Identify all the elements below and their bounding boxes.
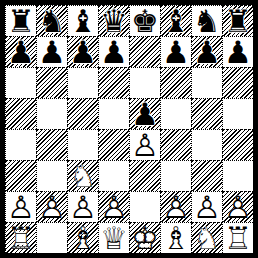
square-h2[interactable]: ♟♙ bbox=[222, 191, 253, 222]
black-queen-d8: ♛ bbox=[99, 6, 129, 37]
piece-outline: ♘ bbox=[193, 223, 221, 254]
white-bishop-c1: ♝♗ bbox=[68, 223, 98, 254]
white-pawn-g2: ♟♙ bbox=[192, 192, 222, 223]
black-king-e8: ♚ bbox=[130, 6, 160, 37]
square-g1[interactable]: ♞♘ bbox=[191, 222, 222, 253]
white-king-e1: ♚♔ bbox=[130, 223, 160, 254]
black-pawn-e5: ♟ bbox=[130, 99, 160, 130]
square-g4[interactable] bbox=[191, 129, 222, 160]
white-pawn-h2: ♟♙ bbox=[223, 192, 253, 223]
square-e8[interactable]: ♚ bbox=[129, 5, 160, 36]
square-c4[interactable] bbox=[67, 129, 98, 160]
square-d2[interactable]: ♟♙ bbox=[98, 191, 129, 222]
square-e4[interactable]: ♟♙ bbox=[129, 129, 160, 160]
piece-outline: ♙ bbox=[38, 192, 66, 223]
piece-outline: ♙ bbox=[100, 192, 128, 223]
black-pawn-g7: ♟ bbox=[192, 37, 222, 68]
square-e1[interactable]: ♚♔ bbox=[129, 222, 160, 253]
square-a8[interactable]: ♜ bbox=[5, 5, 36, 36]
black-bishop-c8: ♝ bbox=[68, 6, 98, 37]
chess-board-grid: ♜♞♝♛♚♝♞♜♟♟♟♟♟♟♟♟♟♙♞♘♟♙♟♙♟♙♟♙♟♙♟♙♟♙♜♖♝♗♛♕… bbox=[5, 5, 253, 253]
chess-board: ♜♞♝♛♚♝♞♜♟♟♟♟♟♟♟♟♟♙♞♘♟♙♟♙♟♙♟♙♟♙♟♙♟♙♜♖♝♗♛♕… bbox=[0, 0, 258, 258]
square-c1[interactable]: ♝♗ bbox=[67, 222, 98, 253]
black-rook-a8: ♜ bbox=[6, 6, 36, 37]
square-e5[interactable]: ♟ bbox=[129, 98, 160, 129]
square-d3[interactable] bbox=[98, 160, 129, 191]
square-b2[interactable]: ♟♙ bbox=[36, 191, 67, 222]
white-pawn-d2: ♟♙ bbox=[99, 192, 129, 223]
black-pawn-h7: ♟ bbox=[223, 37, 253, 68]
square-h1[interactable]: ♜♖ bbox=[222, 222, 253, 253]
square-b3[interactable] bbox=[36, 160, 67, 191]
square-h6[interactable] bbox=[222, 67, 253, 98]
square-d6[interactable] bbox=[98, 67, 129, 98]
square-h3[interactable] bbox=[222, 160, 253, 191]
black-pawn-c7: ♟ bbox=[68, 37, 98, 68]
square-d7[interactable]: ♟ bbox=[98, 36, 129, 67]
square-f8[interactable]: ♝ bbox=[160, 5, 191, 36]
square-g6[interactable] bbox=[191, 67, 222, 98]
square-b5[interactable] bbox=[36, 98, 67, 129]
square-c7[interactable]: ♟ bbox=[67, 36, 98, 67]
white-pawn-c2: ♟♙ bbox=[68, 192, 98, 223]
piece-outline: ♙ bbox=[224, 192, 252, 223]
piece-outline: ♙ bbox=[131, 130, 159, 161]
square-b7[interactable]: ♟ bbox=[36, 36, 67, 67]
square-g2[interactable]: ♟♙ bbox=[191, 191, 222, 222]
black-pawn-d7: ♟ bbox=[99, 37, 129, 68]
square-d4[interactable] bbox=[98, 129, 129, 160]
black-knight-b8: ♞ bbox=[37, 6, 67, 37]
square-e3[interactable] bbox=[129, 160, 160, 191]
black-pawn-b7: ♟ bbox=[37, 37, 67, 68]
white-rook-h1: ♜♖ bbox=[223, 223, 253, 254]
square-a2[interactable]: ♟♙ bbox=[5, 191, 36, 222]
square-h5[interactable] bbox=[222, 98, 253, 129]
square-g8[interactable]: ♞ bbox=[191, 5, 222, 36]
square-h4[interactable] bbox=[222, 129, 253, 160]
piece-outline: ♖ bbox=[7, 223, 35, 254]
square-c3[interactable]: ♞♘ bbox=[67, 160, 98, 191]
piece-outline: ♙ bbox=[69, 192, 97, 223]
piece-outline: ♔ bbox=[131, 223, 159, 254]
square-g3[interactable] bbox=[191, 160, 222, 191]
piece-outline: ♗ bbox=[69, 223, 97, 254]
square-e7[interactable] bbox=[129, 36, 160, 67]
square-a6[interactable] bbox=[5, 67, 36, 98]
square-e6[interactable] bbox=[129, 67, 160, 98]
square-f3[interactable] bbox=[160, 160, 191, 191]
square-e2[interactable] bbox=[129, 191, 160, 222]
white-knight-g1: ♞♘ bbox=[192, 223, 222, 254]
white-pawn-e4: ♟♙ bbox=[130, 130, 160, 161]
black-pawn-f7: ♟ bbox=[161, 37, 191, 68]
square-g7[interactable]: ♟ bbox=[191, 36, 222, 67]
square-h8[interactable]: ♜ bbox=[222, 5, 253, 36]
square-d5[interactable] bbox=[98, 98, 129, 129]
square-f5[interactable] bbox=[160, 98, 191, 129]
square-a3[interactable] bbox=[5, 160, 36, 191]
piece-outline: ♘ bbox=[69, 161, 97, 192]
square-d1[interactable]: ♛♕ bbox=[98, 222, 129, 253]
white-pawn-a2: ♟♙ bbox=[6, 192, 36, 223]
square-f1[interactable]: ♝♗ bbox=[160, 222, 191, 253]
square-c2[interactable]: ♟♙ bbox=[67, 191, 98, 222]
white-pawn-f2: ♟♙ bbox=[161, 192, 191, 223]
square-a1[interactable]: ♜♖ bbox=[5, 222, 36, 253]
white-rook-a1: ♜♖ bbox=[6, 223, 36, 254]
piece-outline: ♗ bbox=[162, 223, 190, 254]
white-knight-c3: ♞♘ bbox=[68, 161, 98, 192]
square-f4[interactable] bbox=[160, 129, 191, 160]
white-queen-d1: ♛♕ bbox=[99, 223, 129, 254]
square-f7[interactable]: ♟ bbox=[160, 36, 191, 67]
square-b1[interactable] bbox=[36, 222, 67, 253]
square-h7[interactable]: ♟ bbox=[222, 36, 253, 67]
square-g5[interactable] bbox=[191, 98, 222, 129]
square-c5[interactable] bbox=[67, 98, 98, 129]
white-pawn-b2: ♟♙ bbox=[37, 192, 67, 223]
square-a7[interactable]: ♟ bbox=[5, 36, 36, 67]
black-rook-h8: ♜ bbox=[223, 6, 253, 37]
piece-outline: ♙ bbox=[7, 192, 35, 223]
piece-outline: ♙ bbox=[193, 192, 221, 223]
piece-outline: ♕ bbox=[100, 223, 128, 254]
square-f6[interactable] bbox=[160, 67, 191, 98]
square-a4[interactable] bbox=[5, 129, 36, 160]
black-knight-g8: ♞ bbox=[192, 6, 222, 37]
black-bishop-f8: ♝ bbox=[161, 6, 191, 37]
white-bishop-f1: ♝♗ bbox=[161, 223, 191, 254]
square-b6[interactable] bbox=[36, 67, 67, 98]
piece-outline: ♙ bbox=[162, 192, 190, 223]
piece-outline: ♖ bbox=[224, 223, 252, 254]
square-d8[interactable]: ♛ bbox=[98, 5, 129, 36]
square-a5[interactable] bbox=[5, 98, 36, 129]
black-pawn-a7: ♟ bbox=[6, 37, 36, 68]
square-f2[interactable]: ♟♙ bbox=[160, 191, 191, 222]
square-b8[interactable]: ♞ bbox=[36, 5, 67, 36]
square-c6[interactable] bbox=[67, 67, 98, 98]
square-b4[interactable] bbox=[36, 129, 67, 160]
square-c8[interactable]: ♝ bbox=[67, 5, 98, 36]
